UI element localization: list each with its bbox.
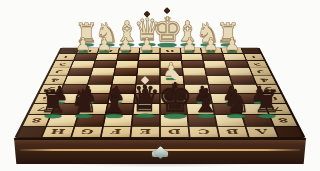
- coordinate-cell: 5: [39, 85, 62, 94]
- felt-ring: [158, 42, 177, 46]
- square: [207, 76, 231, 84]
- square: [202, 54, 224, 60]
- coordinate-label: 3: [256, 69, 266, 74]
- coordinate-label: 4: [50, 77, 61, 82]
- square: [96, 54, 118, 60]
- square: [230, 76, 255, 84]
- piece-white-queen: ♛: [133, 15, 160, 46]
- coordinate-label: 5: [263, 86, 274, 92]
- coordinate-cell: 2: [247, 61, 268, 68]
- square: [209, 85, 234, 94]
- coordinate-label: B: [225, 128, 240, 136]
- coordinate-label: 1: [61, 55, 71, 59]
- square: [57, 94, 84, 103]
- coordinate-label: C: [186, 49, 195, 53]
- square: [233, 85, 259, 94]
- piece-white-rook: ♜: [216, 19, 240, 45]
- square: [185, 85, 209, 94]
- square: [187, 104, 214, 114]
- piece-white-knight: ♞: [196, 18, 220, 45]
- square: [184, 76, 207, 84]
- coordinate-cell: G: [98, 48, 119, 53]
- coordinate-label: 5: [46, 86, 57, 92]
- square: [183, 68, 206, 75]
- coordinate-cell: D: [161, 48, 181, 53]
- square: [182, 54, 203, 60]
- piece-white-knight: ♞: [95, 18, 119, 45]
- coordinate-label: G: [80, 128, 95, 136]
- coordinate-cell: 6: [261, 94, 285, 103]
- square: [182, 61, 204, 68]
- coordinate-label: H: [50, 128, 67, 136]
- border-corner: [18, 127, 46, 137]
- square: [74, 54, 96, 60]
- felt-ring: [79, 43, 93, 46]
- square: [213, 104, 241, 114]
- square: [135, 94, 160, 103]
- square: [138, 68, 160, 75]
- square: [47, 115, 77, 126]
- coordinate-label: A: [227, 49, 237, 53]
- square: [236, 94, 263, 103]
- square: [64, 76, 89, 84]
- coordinate-label: C: [197, 128, 210, 136]
- coordinate-label: F: [125, 49, 133, 53]
- coordinate-cell: E: [140, 48, 160, 53]
- square: [86, 85, 111, 94]
- square: [161, 115, 188, 126]
- coordinate-cell: F: [119, 48, 139, 53]
- coordinate-cell: H: [77, 48, 98, 53]
- coordinate-cell: 1: [56, 54, 76, 60]
- square: [239, 104, 268, 114]
- coordinate-label: D: [168, 128, 181, 136]
- photo-stage: Wooden folding chess set photographed fr…: [0, 0, 320, 171]
- square: [116, 61, 138, 68]
- clasp-icon: [149, 145, 171, 162]
- square: [161, 54, 181, 60]
- felt-ring: [221, 43, 235, 46]
- piece-white-bishop: ♝: [175, 17, 200, 45]
- square: [243, 115, 273, 126]
- coordinate-label: 6: [267, 95, 279, 101]
- square: [223, 54, 245, 60]
- coordinate-cell: 2: [52, 61, 73, 68]
- square: [106, 104, 133, 114]
- square: [111, 85, 135, 94]
- felt-ring: [180, 43, 195, 46]
- coordinate-cell: E: [131, 127, 159, 137]
- square: [137, 76, 160, 84]
- coordinate-cell: H: [43, 127, 74, 137]
- square: [215, 115, 244, 126]
- square: [113, 76, 136, 84]
- coordinate-cell: D: [161, 127, 189, 137]
- coordinate-label: 6: [41, 95, 53, 101]
- felt-ring: [119, 43, 134, 46]
- coordinate-cell: 8: [23, 115, 50, 126]
- square: [188, 115, 216, 126]
- coordinate-cell: 4: [44, 76, 66, 84]
- chess-board: HGFEDCBA1122334455667788HGFEDCBA: [14, 48, 306, 138]
- square: [52, 104, 81, 114]
- crown-finial: [164, 7, 172, 15]
- square: [83, 94, 109, 103]
- square: [94, 61, 116, 68]
- square: [91, 68, 114, 75]
- square: [136, 85, 160, 94]
- square: [109, 94, 134, 103]
- felt-ring: [200, 43, 215, 46]
- coordinate-cell: 5: [257, 85, 280, 94]
- square: [68, 68, 92, 75]
- coordinate-cell: 3: [250, 68, 271, 75]
- coordinate-label: 8: [30, 117, 43, 124]
- square: [76, 115, 105, 126]
- coordinate-label: G: [103, 49, 113, 53]
- coordinate-label: 8: [277, 117, 290, 124]
- felt-ring: [139, 43, 156, 47]
- crown-finial: [144, 11, 151, 18]
- square: [211, 94, 237, 103]
- square: [226, 61, 249, 68]
- square: [186, 94, 211, 103]
- square: [138, 61, 159, 68]
- coordinate-label: 7: [36, 106, 49, 113]
- coordinate-cell: A: [246, 127, 277, 137]
- square: [71, 61, 94, 68]
- coordinate-label: 3: [54, 69, 64, 74]
- square: [61, 85, 87, 94]
- square: [161, 85, 185, 94]
- coordinate-cell: B: [218, 127, 248, 137]
- coordinate-cell: 7: [265, 104, 291, 114]
- coordinate-label: 1: [249, 55, 259, 59]
- felt-ring: [99, 43, 114, 46]
- coordinate-cell: 7: [29, 104, 55, 114]
- coordinate-cell: A: [222, 48, 243, 53]
- square: [132, 115, 159, 126]
- coordinate-label: 7: [272, 106, 285, 113]
- square: [161, 61, 182, 68]
- square: [161, 76, 184, 84]
- coordinate-label: 2: [252, 62, 262, 66]
- coordinate-label: 4: [259, 77, 270, 82]
- coordinate-label: E: [139, 128, 151, 136]
- square: [79, 104, 107, 114]
- border-corner: [275, 127, 303, 137]
- coordinate-label: H: [82, 49, 93, 53]
- square: [161, 68, 183, 75]
- border-corner: [242, 48, 261, 53]
- square: [89, 76, 113, 84]
- square: [134, 104, 160, 114]
- piece-white-king: ♚: [152, 12, 182, 46]
- coordinate-cell: 4: [254, 76, 276, 84]
- coordinate-cell: 8: [270, 115, 297, 126]
- coordinate-label: B: [207, 49, 217, 53]
- square: [139, 54, 159, 60]
- coordinate-cell: C: [189, 127, 218, 137]
- square: [118, 54, 139, 60]
- coordinate-label: D: [166, 49, 175, 53]
- piece-white-bishop: ♝: [114, 17, 139, 45]
- coordinate-cell: 1: [244, 54, 264, 60]
- board-surface: HGFEDCBA1122334455667788HGFEDCBA: [14, 48, 306, 138]
- coordinate-cell: 6: [34, 94, 58, 103]
- square: [205, 68, 228, 75]
- coordinate-cell: B: [201, 48, 222, 53]
- square: [104, 115, 132, 126]
- square: [228, 68, 252, 75]
- piece-white-rook: ♜: [75, 19, 99, 45]
- square: [114, 68, 137, 75]
- coordinate-label: 2: [58, 62, 68, 66]
- coordinate-label: E: [146, 49, 154, 53]
- coordinate-label: F: [110, 128, 122, 136]
- square: [161, 104, 187, 114]
- square: [161, 94, 186, 103]
- square: [204, 61, 226, 68]
- coordinate-cell: C: [181, 48, 201, 53]
- coordinate-cell: F: [102, 127, 131, 137]
- coordinate-cell: 3: [48, 68, 69, 75]
- coordinate-label: A: [254, 128, 268, 136]
- border-corner: [60, 48, 79, 53]
- coordinate-cell: G: [72, 127, 102, 137]
